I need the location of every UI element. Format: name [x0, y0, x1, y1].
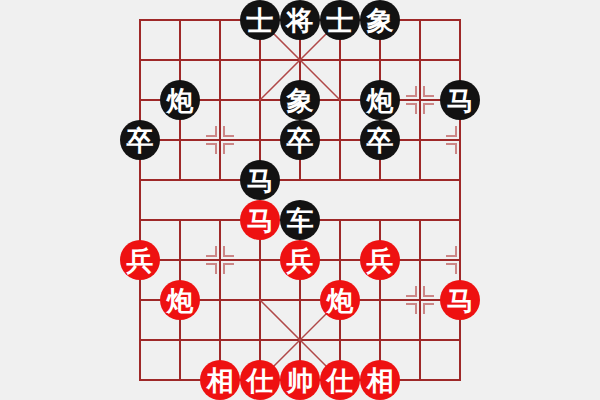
point-marker-corner	[406, 303, 417, 314]
intersection-6-0[interactable]: 象	[360, 0, 400, 40]
intersection-8-5[interactable]	[440, 200, 480, 240]
intersection-1-2[interactable]: 炮	[160, 80, 200, 120]
piece-black-horse[interactable]: 马	[240, 160, 280, 200]
intersection-2-1[interactable]	[200, 40, 240, 80]
piece-black-chariot[interactable]: 车	[280, 200, 320, 240]
intersection-8-4[interactable]	[440, 160, 480, 200]
intersection-6-5[interactable]	[360, 200, 400, 240]
point-marker-corner	[223, 143, 234, 154]
intersection-3-2[interactable]	[240, 80, 280, 120]
intersection-0-7[interactable]	[120, 280, 160, 320]
intersection-4-3[interactable]: 卒	[280, 120, 320, 160]
intersection-3-0[interactable]: 士	[240, 0, 280, 40]
point-marker-corner	[206, 143, 217, 154]
piece-red-elephant[interactable]: 相	[360, 360, 400, 400]
intersection-8-0[interactable]	[440, 0, 480, 40]
intersection-1-8[interactable]	[160, 320, 200, 360]
point-marker-corner	[206, 246, 217, 257]
intersection-3-7[interactable]	[240, 280, 280, 320]
intersection-6-6[interactable]: 兵	[360, 240, 400, 280]
point-marker	[200, 120, 240, 160]
intersection-1-1[interactable]	[160, 40, 200, 80]
intersection-7-4[interactable]	[400, 160, 440, 200]
intersection-4-9[interactable]: 帅	[280, 360, 320, 400]
intersection-4-8[interactable]	[280, 320, 320, 360]
point-marker-corner	[446, 126, 457, 137]
point-marker-corner	[446, 246, 457, 257]
intersection-2-7[interactable]	[200, 280, 240, 320]
piece-red-general[interactable]: 帅	[280, 360, 320, 400]
piece-red-elephant[interactable]: 相	[200, 360, 240, 400]
point-marker	[440, 120, 480, 160]
point-marker	[200, 240, 240, 280]
point-marker-corner	[423, 86, 434, 97]
intersection-5-4[interactable]	[320, 160, 360, 200]
intersection-5-3[interactable]	[320, 120, 360, 160]
piece-black-horse[interactable]: 马	[440, 80, 480, 120]
intersection-1-9[interactable]	[160, 360, 200, 400]
piece-red-cannon[interactable]: 炮	[160, 280, 200, 320]
intersection-7-3[interactable]	[400, 120, 440, 160]
piece-black-soldier[interactable]: 卒	[280, 120, 320, 160]
point-marker-corner	[423, 303, 434, 314]
point-marker-corner	[423, 103, 434, 114]
piece-red-soldier[interactable]: 兵	[360, 240, 400, 280]
intersection-1-5[interactable]	[160, 200, 200, 240]
intersection-1-6[interactable]	[160, 240, 200, 280]
intersection-0-2[interactable]	[120, 80, 160, 120]
piece-red-advisor[interactable]: 仕	[240, 360, 280, 400]
piece-black-elephant[interactable]: 象	[280, 80, 320, 120]
point-marker	[400, 280, 440, 320]
intersection-2-5[interactable]	[200, 200, 240, 240]
intersection-4-0[interactable]: 将	[280, 0, 320, 40]
intersection-7-0[interactable]	[400, 0, 440, 40]
intersection-0-5[interactable]	[120, 200, 160, 240]
piece-black-cannon[interactable]: 炮	[160, 80, 200, 120]
intersection-8-6[interactable]	[440, 240, 480, 280]
intersection-7-6[interactable]	[400, 240, 440, 280]
intersection-6-9[interactable]: 相	[360, 360, 400, 400]
intersection-4-7[interactable]	[280, 280, 320, 320]
intersection-3-3[interactable]	[240, 120, 280, 160]
point-marker-corner	[206, 126, 217, 137]
point-marker-corner	[206, 263, 217, 274]
point-marker	[400, 80, 440, 120]
piece-red-advisor[interactable]: 仕	[320, 360, 360, 400]
intersection-5-0[interactable]: 士	[320, 0, 360, 40]
intersection-3-5[interactable]: 马	[240, 200, 280, 240]
intersection-5-6[interactable]	[320, 240, 360, 280]
intersection-5-5[interactable]	[320, 200, 360, 240]
intersection-2-4[interactable]	[200, 160, 240, 200]
point-marker-corner	[406, 286, 417, 297]
intersection-4-4[interactable]	[280, 160, 320, 200]
intersection-4-1[interactable]	[280, 40, 320, 80]
intersection-8-1[interactable]	[440, 40, 480, 80]
piece-red-horse[interactable]: 马	[440, 280, 480, 320]
xiangqi-app: 士将士象炮象炮马卒卒卒马马车兵兵兵炮炮马相仕帅仕相	[0, 0, 600, 400]
intersection-0-1[interactable]	[120, 40, 160, 80]
piece-black-elephant[interactable]: 象	[360, 0, 400, 40]
piece-red-horse[interactable]: 马	[240, 200, 280, 240]
intersection-5-8[interactable]	[320, 320, 360, 360]
intersection-8-3[interactable]	[440, 120, 480, 160]
intersection-0-0[interactable]	[120, 0, 160, 40]
point-marker-corner	[406, 86, 417, 97]
intersection-5-7[interactable]: 炮	[320, 280, 360, 320]
intersection-2-8[interactable]	[200, 320, 240, 360]
intersection-1-4[interactable]	[160, 160, 200, 200]
intersection-8-2[interactable]: 马	[440, 80, 480, 120]
point-marker-corner	[446, 263, 457, 274]
piece-black-cannon[interactable]: 炮	[360, 80, 400, 120]
intersection-3-4[interactable]: 马	[240, 160, 280, 200]
intersection-3-1[interactable]	[240, 40, 280, 80]
point-marker-corner	[423, 286, 434, 297]
intersection-6-2[interactable]: 炮	[360, 80, 400, 120]
intersection-7-9[interactable]	[400, 360, 440, 400]
point-marker-corner	[223, 126, 234, 137]
intersection-6-7[interactable]	[360, 280, 400, 320]
intersection-5-9[interactable]: 仕	[320, 360, 360, 400]
intersection-4-5[interactable]: 车	[280, 200, 320, 240]
intersection-7-7[interactable]	[400, 280, 440, 320]
point-marker-corner	[223, 246, 234, 257]
xiangqi-board: 士将士象炮象炮马卒卒卒马马车兵兵兵炮炮马相仕帅仕相	[120, 0, 480, 400]
intersection-8-8[interactable]	[440, 320, 480, 360]
piece-red-cannon[interactable]: 炮	[320, 280, 360, 320]
intersection-2-9[interactable]: 相	[200, 360, 240, 400]
intersection-6-4[interactable]	[360, 160, 400, 200]
intersection-7-8[interactable]	[400, 320, 440, 360]
intersection-6-1[interactable]	[360, 40, 400, 80]
intersection-7-1[interactable]	[400, 40, 440, 80]
intersection-5-2[interactable]	[320, 80, 360, 120]
intersection-1-3[interactable]	[160, 120, 200, 160]
intersection-0-6[interactable]: 兵	[120, 240, 160, 280]
piece-black-soldier[interactable]: 卒	[120, 120, 160, 160]
intersection-0-3[interactable]: 卒	[120, 120, 160, 160]
intersection-3-6[interactable]	[240, 240, 280, 280]
piece-black-general[interactable]: 将	[280, 0, 320, 40]
intersection-1-0[interactable]	[160, 0, 200, 40]
intersection-2-3[interactable]	[200, 120, 240, 160]
intersection-1-7[interactable]: 炮	[160, 280, 200, 320]
intersection-0-8[interactable]	[120, 320, 160, 360]
intersection-6-8[interactable]	[360, 320, 400, 360]
intersection-8-7[interactable]: 马	[440, 280, 480, 320]
point-marker-corner	[223, 263, 234, 274]
intersection-4-6[interactable]: 兵	[280, 240, 320, 280]
piece-black-soldier[interactable]: 卒	[360, 120, 400, 160]
intersection-3-9[interactable]: 仕	[240, 360, 280, 400]
intersection-7-5[interactable]	[400, 200, 440, 240]
piece-red-soldier[interactable]: 兵	[280, 240, 320, 280]
point-marker-corner	[446, 143, 457, 154]
intersection-8-9[interactable]	[440, 360, 480, 400]
intersection-2-6[interactable]	[200, 240, 240, 280]
piece-black-advisor[interactable]: 士	[320, 0, 360, 40]
piece-black-advisor[interactable]: 士	[240, 0, 280, 40]
intersection-2-0[interactable]	[200, 0, 240, 40]
intersection-0-4[interactable]	[120, 160, 160, 200]
intersection-2-2[interactable]	[200, 80, 240, 120]
intersection-7-2[interactable]	[400, 80, 440, 120]
point-marker-corner	[406, 103, 417, 114]
intersection-6-3[interactable]: 卒	[360, 120, 400, 160]
intersection-0-9[interactable]	[120, 360, 160, 400]
intersection-4-2[interactable]: 象	[280, 80, 320, 120]
intersection-5-1[interactable]	[320, 40, 360, 80]
piece-red-soldier[interactable]: 兵	[120, 240, 160, 280]
point-marker	[440, 240, 480, 280]
intersection-3-8[interactable]	[240, 320, 280, 360]
